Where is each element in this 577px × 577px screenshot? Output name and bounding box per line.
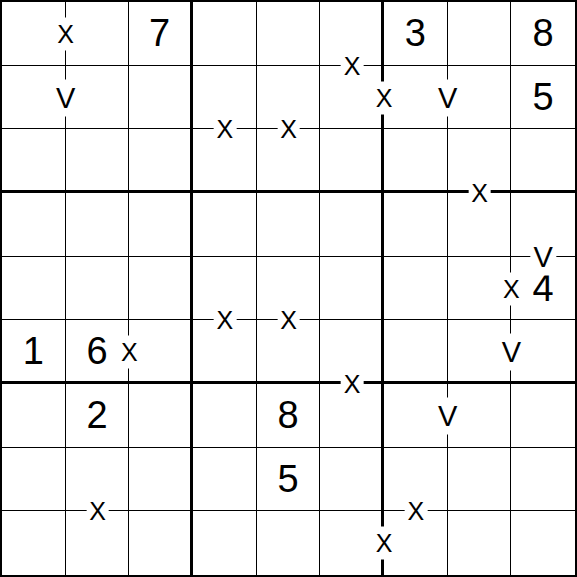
- given-digit: 8: [533, 14, 554, 52]
- given-digit: 3: [405, 14, 426, 52]
- cell-r8c1[interactable]: [2, 448, 66, 512]
- cell-r5c6[interactable]: [320, 257, 384, 321]
- cell-r9c3[interactable]: [129, 511, 193, 575]
- cell-r7c9[interactable]: [511, 384, 575, 448]
- cell-r1c7[interactable]: 3: [384, 2, 448, 66]
- v-marker: V: [435, 397, 460, 434]
- cell-r7c4[interactable]: [193, 384, 257, 448]
- v-marker: V: [53, 79, 78, 116]
- x-marker: X: [404, 495, 427, 528]
- x-marker: X: [373, 527, 396, 560]
- cell-r4c3[interactable]: [129, 193, 193, 257]
- cell-r8c8[interactable]: [448, 448, 512, 512]
- sudoku-board: 7385416285 XXVXVXXXVXXXXVXVXXX: [0, 0, 577, 577]
- given-digit: 1: [23, 332, 44, 370]
- v-marker: V: [530, 238, 555, 275]
- cell-r4c4[interactable]: [193, 193, 257, 257]
- cell-r1c4[interactable]: [193, 2, 257, 66]
- cell-r8c6[interactable]: [320, 448, 384, 512]
- cell-r3c2[interactable]: [66, 129, 130, 193]
- x-marker: X: [341, 368, 364, 401]
- cell-r4c1[interactable]: [2, 193, 66, 257]
- x-marker: X: [373, 81, 396, 114]
- cell-r7c2[interactable]: 2: [66, 384, 130, 448]
- x-marker: X: [341, 49, 364, 82]
- x-marker: X: [86, 495, 109, 528]
- cell-r5c2[interactable]: [66, 257, 130, 321]
- cell-r9c4[interactable]: [193, 511, 257, 575]
- cell-r7c1[interactable]: [2, 384, 66, 448]
- x-marker: X: [468, 177, 491, 210]
- cell-r8c3[interactable]: [129, 448, 193, 512]
- cell-r3c3[interactable]: [129, 129, 193, 193]
- cell-r2c9[interactable]: 5: [511, 66, 575, 130]
- cell-r9c5[interactable]: [257, 511, 321, 575]
- cell-r8c9[interactable]: [511, 448, 575, 512]
- cell-r8c4[interactable]: [193, 448, 257, 512]
- v-marker: V: [435, 79, 460, 116]
- v-marker: V: [499, 334, 524, 371]
- cell-r2c3[interactable]: [129, 66, 193, 130]
- given-digit: 5: [277, 460, 298, 498]
- cell-r9c1[interactable]: [2, 511, 66, 575]
- sudoku-grid: 7385416285: [2, 2, 575, 575]
- cell-r8c5[interactable]: 5: [257, 448, 321, 512]
- cell-r5c1[interactable]: [2, 257, 66, 321]
- cell-r4c5[interactable]: [257, 193, 321, 257]
- x-marker: X: [118, 336, 141, 369]
- given-digit: 6: [86, 332, 107, 370]
- x-marker: X: [213, 304, 236, 337]
- cell-r1c5[interactable]: [257, 2, 321, 66]
- given-digit: 2: [86, 396, 107, 434]
- cell-r6c1[interactable]: 1: [2, 320, 66, 384]
- cell-r7c3[interactable]: [129, 384, 193, 448]
- given-digit: 5: [533, 78, 554, 116]
- x-marker: X: [277, 113, 300, 146]
- cell-r3c7[interactable]: [384, 129, 448, 193]
- cell-r7c5[interactable]: 8: [257, 384, 321, 448]
- cell-r1c3[interactable]: 7: [129, 2, 193, 66]
- cell-r9c9[interactable]: [511, 511, 575, 575]
- cell-r3c6[interactable]: [320, 129, 384, 193]
- cell-r9c8[interactable]: [448, 511, 512, 575]
- cell-r3c1[interactable]: [2, 129, 66, 193]
- x-marker: X: [277, 304, 300, 337]
- cell-r1c8[interactable]: [448, 2, 512, 66]
- cell-r5c7[interactable]: [384, 257, 448, 321]
- cell-r5c3[interactable]: [129, 257, 193, 321]
- given-digit: 7: [149, 14, 170, 52]
- cell-r1c9[interactable]: 8: [511, 2, 575, 66]
- given-digit: 8: [277, 396, 298, 434]
- x-marker: X: [54, 17, 77, 50]
- x-marker: X: [213, 113, 236, 146]
- cell-r3c9[interactable]: [511, 129, 575, 193]
- x-marker: X: [500, 272, 523, 305]
- cell-r4c2[interactable]: [66, 193, 130, 257]
- cell-r4c6[interactable]: [320, 193, 384, 257]
- cell-r4c7[interactable]: [384, 193, 448, 257]
- cell-r6c7[interactable]: [384, 320, 448, 384]
